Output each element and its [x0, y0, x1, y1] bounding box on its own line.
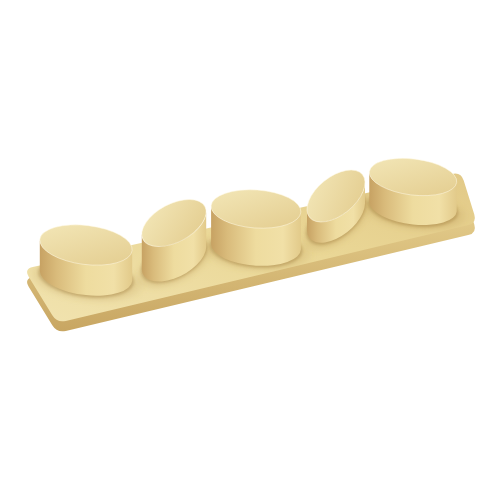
display-riser-illustration — [0, 0, 500, 500]
pedestal-5 — [367, 154, 459, 225]
pedestal-1 — [37, 220, 134, 296]
pedestal-3 — [210, 187, 302, 266]
product-photo — [0, 0, 500, 500]
